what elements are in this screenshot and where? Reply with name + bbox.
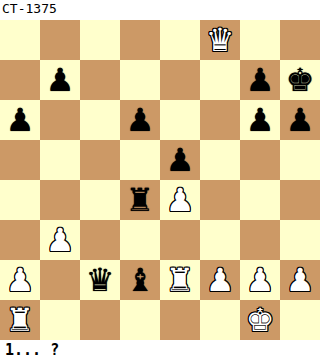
square-e1[interactable] <box>160 300 200 340</box>
square-b7[interactable]: ♟ <box>40 60 80 100</box>
square-f7[interactable] <box>200 60 240 100</box>
black-pawn-icon: ♟ <box>6 100 35 140</box>
white-pawn-icon: ♟ <box>206 260 235 300</box>
square-g2[interactable]: ♟ <box>240 260 280 300</box>
square-b4[interactable] <box>40 180 80 220</box>
puzzle-id-label: CT-1375 <box>2 1 57 17</box>
square-c1[interactable] <box>80 300 120 340</box>
square-e2[interactable]: ♜ <box>160 260 200 300</box>
black-pawn-icon: ♟ <box>246 100 275 140</box>
square-b8[interactable] <box>40 20 80 60</box>
chess-board: ♛♟♟♚♟♟♟♟♟♜♟♟♟♛♝♜♟♟♟♜♚ <box>0 20 320 340</box>
black-pawn-icon: ♟ <box>166 140 195 180</box>
white-pawn-icon: ♟ <box>46 220 75 260</box>
white-king-icon: ♚ <box>246 300 275 340</box>
square-a4[interactable] <box>0 180 40 220</box>
square-h3[interactable] <box>280 220 320 260</box>
square-f8[interactable]: ♛ <box>200 20 240 60</box>
black-pawn-icon: ♟ <box>46 60 75 100</box>
square-h1[interactable] <box>280 300 320 340</box>
white-queen-icon: ♛ <box>206 20 235 60</box>
square-a5[interactable] <box>0 140 40 180</box>
white-pawn-icon: ♟ <box>246 260 275 300</box>
square-f3[interactable] <box>200 220 240 260</box>
square-c8[interactable] <box>80 20 120 60</box>
square-h8[interactable] <box>280 20 320 60</box>
square-d7[interactable] <box>120 60 160 100</box>
black-rook-icon: ♜ <box>126 180 155 220</box>
square-d2[interactable]: ♝ <box>120 260 160 300</box>
square-c7[interactable] <box>80 60 120 100</box>
square-e4[interactable]: ♟ <box>160 180 200 220</box>
square-a8[interactable] <box>0 20 40 60</box>
black-queen-icon: ♛ <box>86 260 115 300</box>
black-pawn-icon: ♟ <box>286 100 315 140</box>
white-pawn-icon: ♟ <box>166 180 195 220</box>
square-g8[interactable] <box>240 20 280 60</box>
white-pawn-icon: ♟ <box>6 260 35 300</box>
move-prompt: 1... ? <box>5 341 59 359</box>
square-g5[interactable] <box>240 140 280 180</box>
square-a2[interactable]: ♟ <box>0 260 40 300</box>
square-f2[interactable]: ♟ <box>200 260 240 300</box>
square-e6[interactable] <box>160 100 200 140</box>
square-e8[interactable] <box>160 20 200 60</box>
white-rook-icon: ♜ <box>6 300 35 340</box>
square-f4[interactable] <box>200 180 240 220</box>
black-pawn-icon: ♟ <box>126 100 155 140</box>
square-d6[interactable]: ♟ <box>120 100 160 140</box>
square-h5[interactable] <box>280 140 320 180</box>
square-c6[interactable] <box>80 100 120 140</box>
square-h4[interactable] <box>280 180 320 220</box>
square-g4[interactable] <box>240 180 280 220</box>
square-a7[interactable] <box>0 60 40 100</box>
black-pawn-icon: ♟ <box>246 60 275 100</box>
square-b1[interactable] <box>40 300 80 340</box>
square-b5[interactable] <box>40 140 80 180</box>
square-d1[interactable] <box>120 300 160 340</box>
square-f1[interactable] <box>200 300 240 340</box>
square-f6[interactable] <box>200 100 240 140</box>
white-rook-icon: ♜ <box>166 260 195 300</box>
black-bishop-icon: ♝ <box>126 260 155 300</box>
square-c4[interactable] <box>80 180 120 220</box>
square-g7[interactable]: ♟ <box>240 60 280 100</box>
square-g1[interactable]: ♚ <box>240 300 280 340</box>
square-h6[interactable]: ♟ <box>280 100 320 140</box>
square-b3[interactable]: ♟ <box>40 220 80 260</box>
square-b2[interactable] <box>40 260 80 300</box>
square-d8[interactable] <box>120 20 160 60</box>
square-e5[interactable]: ♟ <box>160 140 200 180</box>
square-c5[interactable] <box>80 140 120 180</box>
square-c3[interactable] <box>80 220 120 260</box>
square-d5[interactable] <box>120 140 160 180</box>
square-a3[interactable] <box>0 220 40 260</box>
square-d4[interactable]: ♜ <box>120 180 160 220</box>
square-d3[interactable] <box>120 220 160 260</box>
square-g6[interactable]: ♟ <box>240 100 280 140</box>
square-g3[interactable] <box>240 220 280 260</box>
black-king-icon: ♚ <box>286 60 315 100</box>
square-c2[interactable]: ♛ <box>80 260 120 300</box>
square-f5[interactable] <box>200 140 240 180</box>
square-a1[interactable]: ♜ <box>0 300 40 340</box>
square-h7[interactable]: ♚ <box>280 60 320 100</box>
square-b6[interactable] <box>40 100 80 140</box>
square-e7[interactable] <box>160 60 200 100</box>
square-a6[interactable]: ♟ <box>0 100 40 140</box>
square-h2[interactable]: ♟ <box>280 260 320 300</box>
square-e3[interactable] <box>160 220 200 260</box>
white-pawn-icon: ♟ <box>286 260 315 300</box>
